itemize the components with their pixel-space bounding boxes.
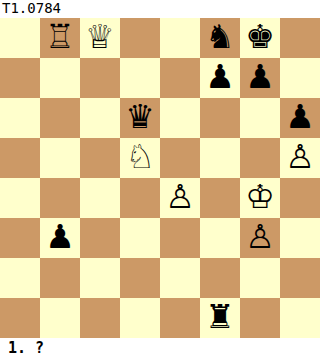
square-a8[interactable]	[0, 18, 40, 58]
square-f7[interactable]: ♟	[200, 58, 240, 98]
square-c3[interactable]	[80, 218, 120, 258]
square-c8[interactable]: ♕	[80, 18, 120, 58]
square-d5[interactable]: ♘	[120, 138, 160, 178]
piece-black-pawn: ♟	[205, 57, 235, 97]
square-a6[interactable]	[0, 98, 40, 138]
piece-white-rook: ♖	[45, 17, 75, 57]
square-f2[interactable]	[200, 258, 240, 298]
piece-white-pawn: ♙	[165, 177, 195, 217]
square-b3[interactable]: ♟	[40, 218, 80, 258]
square-e5[interactable]	[160, 138, 200, 178]
square-f5[interactable]	[200, 138, 240, 178]
puzzle-page: T1.0784 ♖♕♞♚♟♟♛♟♘♙♙♔♟♙♜ 1. ?	[0, 0, 320, 360]
square-h4[interactable]	[280, 178, 320, 218]
square-g7[interactable]: ♟	[240, 58, 280, 98]
square-c4[interactable]	[80, 178, 120, 218]
square-b5[interactable]	[40, 138, 80, 178]
square-h5[interactable]: ♙	[280, 138, 320, 178]
square-a1[interactable]	[0, 298, 40, 338]
square-h8[interactable]	[280, 18, 320, 58]
piece-white-pawn: ♙	[285, 137, 315, 177]
square-a4[interactable]	[0, 178, 40, 218]
square-c5[interactable]	[80, 138, 120, 178]
square-g4[interactable]: ♔	[240, 178, 280, 218]
square-c2[interactable]	[80, 258, 120, 298]
square-d1[interactable]	[120, 298, 160, 338]
move-prompt: 1. ?	[0, 338, 320, 360]
square-d7[interactable]	[120, 58, 160, 98]
square-a2[interactable]	[0, 258, 40, 298]
square-e3[interactable]	[160, 218, 200, 258]
square-h7[interactable]	[280, 58, 320, 98]
square-g5[interactable]	[240, 138, 280, 178]
piece-black-rook: ♜	[205, 297, 235, 337]
square-d8[interactable]	[120, 18, 160, 58]
square-e2[interactable]	[160, 258, 200, 298]
puzzle-title: T1.0784	[0, 0, 320, 18]
square-g8[interactable]: ♚	[240, 18, 280, 58]
square-e6[interactable]	[160, 98, 200, 138]
square-d3[interactable]	[120, 218, 160, 258]
piece-white-king: ♔	[245, 177, 275, 217]
square-a7[interactable]	[0, 58, 40, 98]
piece-black-pawn: ♟	[285, 97, 315, 137]
piece-black-knight: ♞	[205, 17, 235, 57]
square-f3[interactable]	[200, 218, 240, 258]
chess-board: ♖♕♞♚♟♟♛♟♘♙♙♔♟♙♜	[0, 18, 320, 338]
piece-black-king: ♚	[245, 17, 275, 57]
square-h6[interactable]: ♟	[280, 98, 320, 138]
square-h1[interactable]	[280, 298, 320, 338]
square-c7[interactable]	[80, 58, 120, 98]
piece-white-pawn: ♙	[245, 217, 275, 257]
square-b6[interactable]	[40, 98, 80, 138]
piece-black-pawn: ♟	[245, 57, 275, 97]
square-d4[interactable]	[120, 178, 160, 218]
square-a3[interactable]	[0, 218, 40, 258]
square-b8[interactable]: ♖	[40, 18, 80, 58]
square-e8[interactable]	[160, 18, 200, 58]
piece-black-queen: ♛	[125, 97, 155, 137]
square-b1[interactable]	[40, 298, 80, 338]
square-g3[interactable]: ♙	[240, 218, 280, 258]
piece-white-queen: ♕	[85, 17, 115, 57]
square-c1[interactable]	[80, 298, 120, 338]
square-f6[interactable]	[200, 98, 240, 138]
square-g1[interactable]	[240, 298, 280, 338]
square-h3[interactable]	[280, 218, 320, 258]
square-e7[interactable]	[160, 58, 200, 98]
square-g6[interactable]	[240, 98, 280, 138]
square-h2[interactable]	[280, 258, 320, 298]
square-g2[interactable]	[240, 258, 280, 298]
square-d2[interactable]	[120, 258, 160, 298]
square-c6[interactable]	[80, 98, 120, 138]
square-e4[interactable]: ♙	[160, 178, 200, 218]
square-d6[interactable]: ♛	[120, 98, 160, 138]
piece-white-knight: ♘	[125, 137, 155, 177]
square-b4[interactable]	[40, 178, 80, 218]
square-f4[interactable]	[200, 178, 240, 218]
square-e1[interactable]	[160, 298, 200, 338]
square-f8[interactable]: ♞	[200, 18, 240, 58]
square-a5[interactable]	[0, 138, 40, 178]
square-b7[interactable]	[40, 58, 80, 98]
piece-black-pawn: ♟	[45, 217, 75, 257]
square-b2[interactable]	[40, 258, 80, 298]
square-f1[interactable]: ♜	[200, 298, 240, 338]
